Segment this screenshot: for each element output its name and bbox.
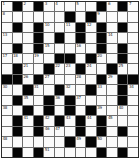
cell-r10c6[interactable]: 36 <box>55 96 65 105</box>
cell-r8c4-block <box>34 75 44 84</box>
cell-r1c8[interactable]: 5 <box>76 2 86 11</box>
cell-r12c9[interactable]: 44 <box>86 116 96 125</box>
cell-r12c7[interactable]: 43 <box>65 116 75 125</box>
cell-r14c8[interactable]: 49 <box>76 137 86 146</box>
clue-number: 46 <box>45 127 50 131</box>
clue-number: 30 <box>3 85 8 89</box>
cell-r7c13[interactable] <box>128 64 138 73</box>
cell-r5c11[interactable] <box>107 44 117 53</box>
cell-r4c7[interactable] <box>65 33 75 42</box>
clue-number: 41 <box>24 116 29 120</box>
cell-r13c2-block <box>13 127 23 136</box>
cell-r15c8[interactable] <box>76 148 86 157</box>
clue-number: 13 <box>3 33 8 37</box>
clue-number: 25 <box>118 64 123 68</box>
cell-r1c13[interactable]: 7 <box>128 2 138 11</box>
cell-r7c10[interactable] <box>97 64 107 73</box>
clue-number: 51 <box>45 148 50 152</box>
cell-r4c5[interactable] <box>44 33 54 42</box>
cell-r6c2[interactable]: 18 <box>13 54 23 63</box>
cell-r9c12-block <box>118 85 128 94</box>
cell-r2c9-block <box>86 12 96 21</box>
cell-r1c4-block <box>34 2 44 11</box>
cell-r11c3-block <box>23 106 33 115</box>
cell-r14c10[interactable]: 50 <box>97 137 107 146</box>
clue-number: 38 <box>3 106 8 110</box>
cell-r13c11[interactable] <box>107 127 117 136</box>
cell-r7c12[interactable]: 25 <box>118 64 128 73</box>
clue-number: 34 <box>129 85 134 89</box>
cell-r10c2-block <box>13 96 23 105</box>
cell-r5c6[interactable] <box>55 44 65 53</box>
clue-number: 43 <box>66 116 71 120</box>
cell-r11c9-block <box>86 106 96 115</box>
cell-r14c7-block <box>65 137 75 146</box>
cell-r3c8-block <box>76 23 86 32</box>
cell-r4c13[interactable] <box>128 33 138 42</box>
cell-r8c10-block <box>97 75 107 84</box>
cell-r14c2[interactable] <box>13 137 23 146</box>
cell-r4c12[interactable] <box>118 33 128 42</box>
cell-r8c12-block <box>118 75 128 84</box>
cell-r8c13-block <box>128 75 138 84</box>
cell-r6c9-block <box>86 54 96 63</box>
clue-number: 18 <box>13 54 18 58</box>
cell-r13c8-block <box>76 127 86 136</box>
cell-r10c9[interactable] <box>86 96 96 105</box>
cell-r5c13[interactable] <box>128 44 138 53</box>
clue-number: 9 <box>97 12 99 16</box>
cell-r10c1[interactable] <box>2 96 12 105</box>
cell-r1c11[interactable]: 6 <box>107 2 117 11</box>
cell-r6c13[interactable] <box>128 54 138 63</box>
cell-r2c13[interactable] <box>128 12 138 21</box>
cell-r7c6[interactable]: 22 <box>55 64 65 73</box>
cell-r11c10[interactable]: 39 <box>97 106 107 115</box>
cell-r2c4[interactable] <box>34 12 44 21</box>
cell-r10c10[interactable] <box>97 96 107 105</box>
clue-number: 26 <box>24 75 29 79</box>
clue-number: 3 <box>45 2 47 6</box>
cell-r14c13[interactable] <box>128 137 138 146</box>
cell-r12c11[interactable]: 45 <box>107 116 117 125</box>
cell-r8c8[interactable]: 28 <box>76 75 86 84</box>
clue-number: 24 <box>87 64 92 68</box>
cell-r4c9[interactable] <box>86 33 96 42</box>
clue-number: 17 <box>3 54 8 58</box>
cell-r5c12-block <box>118 44 128 53</box>
clue-number: 32 <box>66 85 71 89</box>
clue-number: 49 <box>76 137 81 141</box>
cell-r14c3[interactable] <box>23 137 33 146</box>
clue-number: 22 <box>55 64 60 68</box>
cell-r13c5[interactable]: 46 <box>44 127 54 136</box>
cell-r12c3[interactable]: 41 <box>23 116 33 125</box>
clue-number: 4 <box>55 2 57 6</box>
cell-r15c12-block <box>118 148 128 157</box>
cell-r5c8[interactable]: 16 <box>76 44 86 53</box>
cell-r1c6[interactable]: 4 <box>55 2 65 11</box>
clue-number: 5 <box>76 2 78 6</box>
cell-r15c4-block <box>34 148 44 157</box>
cell-r9c1[interactable]: 30 <box>2 85 12 94</box>
cell-r4c8-block <box>76 33 86 42</box>
cell-r9c2[interactable] <box>13 85 23 94</box>
cell-r3c9[interactable]: 12 <box>86 23 96 32</box>
cell-r8c7[interactable] <box>65 75 75 84</box>
cell-r12c5[interactable]: 42 <box>44 116 54 125</box>
crossword-grid: 1234567891011121314151617181920212223242… <box>1 1 139 158</box>
clue-number: 31 <box>34 85 39 89</box>
cell-r13c10-block <box>97 127 107 136</box>
cell-r4c3[interactable] <box>23 33 33 42</box>
cell-r15c7[interactable] <box>65 148 75 157</box>
cell-r6c7-block <box>65 54 75 63</box>
clue-number: 27 <box>45 75 50 79</box>
cell-r1c2-block <box>13 2 23 11</box>
clue-number: 33 <box>97 85 102 89</box>
cell-r5c3[interactable] <box>23 44 33 53</box>
cell-r6c10[interactable]: 20 <box>97 54 107 63</box>
cell-r5c2-block <box>13 44 23 53</box>
cell-r11c1[interactable]: 38 <box>2 106 12 115</box>
cell-r3c10-block <box>97 23 107 32</box>
cell-r4c1[interactable]: 13 <box>2 33 12 42</box>
clue-number: 14 <box>108 33 113 37</box>
cell-r4c6-block <box>55 33 65 42</box>
cell-r9c5[interactable] <box>44 85 54 94</box>
clue-number: 42 <box>45 116 50 120</box>
cell-r10c5-block <box>44 96 54 105</box>
cell-r2c11[interactable] <box>107 12 117 21</box>
cell-r3c1[interactable] <box>2 23 12 32</box>
cell-r8c9[interactable] <box>86 75 96 84</box>
cell-r14c12[interactable] <box>118 137 128 146</box>
cell-r5c4-block <box>34 44 44 53</box>
clue-number: 8 <box>3 12 5 16</box>
cell-r14c5[interactable] <box>44 137 54 146</box>
cell-r1c5[interactable]: 3 <box>44 2 54 11</box>
cell-r6c6-block <box>55 54 65 63</box>
cell-r9c8[interactable] <box>76 85 86 94</box>
cell-r8c3[interactable]: 26 <box>23 75 33 84</box>
clue-number: 12 <box>87 23 92 27</box>
cell-r14c9-block <box>86 137 96 146</box>
cell-r10c3[interactable]: 35 <box>23 96 33 105</box>
cell-r12c13[interactable] <box>128 116 138 125</box>
cell-r2c1[interactable]: 8 <box>2 12 12 21</box>
clue-number: 48 <box>3 137 8 141</box>
cell-r1c10-block <box>97 2 107 11</box>
cell-r5c1[interactable] <box>2 44 12 53</box>
cell-r14c1[interactable]: 48 <box>2 137 12 146</box>
cell-r12c8-block <box>76 116 86 125</box>
cell-r3c2-block <box>13 23 23 32</box>
cell-r3c6[interactable] <box>55 23 65 32</box>
cell-r9c9-block <box>86 85 96 94</box>
clue-number: 37 <box>76 96 81 100</box>
cell-r11c11[interactable] <box>107 106 117 115</box>
cell-r12c12[interactable] <box>118 116 128 125</box>
cell-r6c1[interactable]: 17 <box>2 54 12 63</box>
clue-number: 23 <box>66 64 71 68</box>
cell-r9c10[interactable]: 33 <box>97 85 107 94</box>
clue-number: 39 <box>97 106 102 110</box>
cell-r15c5[interactable]: 51 <box>44 148 54 157</box>
cell-r7c8-block <box>76 64 86 73</box>
cell-r4c2[interactable] <box>13 33 23 42</box>
cell-r15c13[interactable] <box>128 148 138 157</box>
cell-r7c11-block <box>107 64 117 73</box>
cell-r2c10[interactable]: 9 <box>97 12 107 21</box>
cell-r5c10-block <box>97 44 107 53</box>
cell-r2c2[interactable] <box>13 12 23 21</box>
cell-r7c4[interactable] <box>34 64 44 73</box>
cell-r11c12[interactable]: 40 <box>118 106 128 115</box>
cell-r13c12-block <box>118 127 128 136</box>
cell-r1c9[interactable] <box>86 2 96 11</box>
cell-r1c3[interactable]: 2 <box>23 2 33 11</box>
cell-r4c4-block <box>34 33 44 42</box>
cell-r10c7-block <box>65 96 75 105</box>
crossword-puzzle: 1234567891011121314151617181920212223242… <box>0 0 140 159</box>
clue-number: 28 <box>76 75 81 79</box>
cell-r11c13[interactable] <box>128 106 138 115</box>
cell-r7c7[interactable]: 23 <box>65 64 75 73</box>
clue-number: 11 <box>66 23 71 27</box>
clue-number: 20 <box>97 54 102 58</box>
cell-r1c12-block <box>118 2 128 11</box>
cell-r7c3[interactable]: 21 <box>23 64 33 73</box>
cell-r9c3-block <box>23 85 33 94</box>
cell-r2c5[interactable] <box>44 12 54 21</box>
cell-r12c1[interactable] <box>2 116 12 125</box>
cell-r1c7[interactable] <box>65 2 75 11</box>
cell-r11c6[interactable] <box>55 106 65 115</box>
cell-r3c5[interactable]: 10 <box>44 23 54 32</box>
cell-r11c4[interactable] <box>34 106 44 115</box>
cell-r15c3[interactable] <box>23 148 33 157</box>
cell-r13c4-block <box>34 127 44 136</box>
clue-number: 16 <box>76 44 81 48</box>
cell-r12c6-block <box>55 116 65 125</box>
cell-r6c3[interactable] <box>23 54 33 63</box>
cell-r7c9[interactable]: 24 <box>86 64 96 73</box>
clue-number: 45 <box>108 116 113 120</box>
cell-r11c7-block <box>65 106 75 115</box>
cell-r6c5[interactable] <box>44 54 54 63</box>
clue-number: 1 <box>3 2 5 6</box>
cell-r3c7[interactable]: 11 <box>65 23 75 32</box>
cell-r13c1[interactable] <box>2 127 12 136</box>
clue-number: 47 <box>55 127 60 131</box>
cell-r10c8[interactable]: 37 <box>76 96 86 105</box>
clue-number: 15 <box>45 44 50 48</box>
cell-r9c13[interactable]: 34 <box>128 85 138 94</box>
cell-r12c10-block <box>97 116 107 125</box>
cell-r11c8[interactable] <box>76 106 86 115</box>
cell-r14c4[interactable] <box>34 137 44 146</box>
cell-r5c9[interactable] <box>86 44 96 53</box>
cell-r13c6[interactable]: 47 <box>55 127 65 136</box>
clue-number: 29 <box>108 75 113 79</box>
cell-r4c10-block <box>97 33 107 42</box>
cell-r15c6[interactable] <box>55 148 65 157</box>
cell-r6c8[interactable] <box>76 54 86 63</box>
cell-r13c13[interactable] <box>128 127 138 136</box>
cell-r9c4[interactable]: 31 <box>34 85 44 94</box>
clue-number: 40 <box>118 106 123 110</box>
cell-r5c5[interactable]: 15 <box>44 44 54 53</box>
clue-number: 7 <box>129 2 131 6</box>
clue-number: 44 <box>87 116 92 120</box>
cell-r15c10-block <box>97 148 107 157</box>
clue-number: 36 <box>55 96 60 100</box>
cell-r2c12[interactable] <box>118 12 128 21</box>
cell-r10c4[interactable] <box>34 96 44 105</box>
cell-r12c4-block <box>34 116 44 125</box>
cell-r3c4-block <box>34 23 44 32</box>
cell-r13c3[interactable] <box>23 127 33 136</box>
cell-r6c4[interactable]: 19 <box>34 54 44 63</box>
cell-r7c2-block <box>13 64 23 73</box>
cell-r12c2-block <box>13 116 23 125</box>
cell-r7c1[interactable] <box>2 64 12 73</box>
cell-r15c11[interactable] <box>107 148 117 157</box>
cell-r13c7[interactable] <box>65 127 75 136</box>
cell-r8c5[interactable]: 27 <box>44 75 54 84</box>
cell-r3c11[interactable] <box>107 23 117 32</box>
clue-number: 19 <box>34 54 39 58</box>
cell-r9c11[interactable] <box>107 85 117 94</box>
cell-r14c6[interactable] <box>55 137 65 146</box>
cell-r15c2-block <box>13 148 23 157</box>
cell-r15c9[interactable] <box>86 148 96 157</box>
cell-r3c12-block <box>118 23 128 32</box>
cell-r8c11[interactable]: 29 <box>107 75 117 84</box>
cell-r2c8[interactable] <box>76 12 86 21</box>
clue-number: 50 <box>97 137 102 141</box>
cell-r2c6[interactable] <box>55 12 65 21</box>
cell-r2c3[interactable] <box>23 12 33 21</box>
clue-number: 35 <box>24 96 29 100</box>
cell-r11c2[interactable] <box>13 106 23 115</box>
clue-number: 21 <box>24 64 29 68</box>
cell-r10c11[interactable] <box>107 96 117 105</box>
cell-r2c7-block <box>65 12 75 21</box>
cell-r10c13[interactable] <box>128 96 138 105</box>
cell-r8c1-block <box>2 75 12 84</box>
cell-r9c6-block <box>55 85 65 94</box>
cell-r14c11[interactable] <box>107 137 117 146</box>
cell-r4c11[interactable]: 14 <box>107 33 117 42</box>
cell-r15c1[interactable] <box>2 148 12 157</box>
cell-r5c7[interactable] <box>65 44 75 53</box>
cell-r11c5-block <box>44 106 54 115</box>
cell-r8c2-block <box>13 75 23 84</box>
cell-r6c11[interactable] <box>107 54 117 63</box>
clue-number: 6 <box>108 2 110 6</box>
cell-r3c13[interactable] <box>128 23 138 32</box>
cell-r9c7[interactable]: 32 <box>65 85 75 94</box>
cell-r1c1[interactable]: 1 <box>2 2 12 11</box>
clue-number: 2 <box>24 2 26 6</box>
cell-r8c6[interactable] <box>55 75 65 84</box>
cell-r7c5-block <box>44 64 54 73</box>
cell-r13c9[interactable] <box>86 127 96 136</box>
cell-r3c3[interactable] <box>23 23 33 32</box>
cell-r6c12-block <box>118 54 128 63</box>
clue-number: 10 <box>45 23 50 27</box>
cell-r10c12-block <box>118 96 128 105</box>
